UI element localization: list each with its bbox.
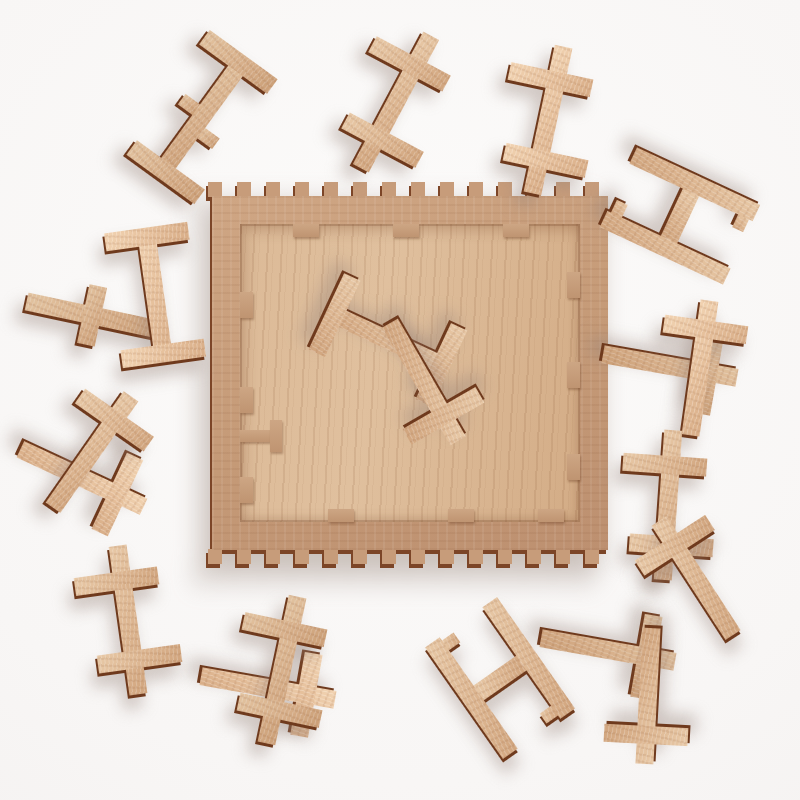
puzzle-piece-p12a[interactable] [19,372,166,532]
puzzle-piece-p5b[interactable] [649,295,751,441]
puzzle-piece-p4[interactable] [600,147,760,284]
puzzle-piece-p1[interactable] [122,30,283,204]
piece-part [425,637,518,759]
piece-part [199,30,278,94]
puzzle-piece-p2[interactable] [318,13,473,191]
piece-part [604,724,689,746]
puzzle-piece-p14[interactable] [104,222,206,368]
piece-part [600,211,731,285]
puzzle-piece-p3[interactable] [485,37,610,204]
piece-part [629,147,760,221]
puzzle-piece-p11[interactable] [70,539,186,701]
piece-part [622,453,707,477]
piece-part [109,544,148,695]
piece-part [474,656,527,701]
piece-part [661,189,699,244]
pieces-layer [0,0,800,800]
product-photo-scene [0,0,800,800]
puzzle-piece-p8b[interactable] [602,626,693,766]
piece-part [403,387,485,445]
